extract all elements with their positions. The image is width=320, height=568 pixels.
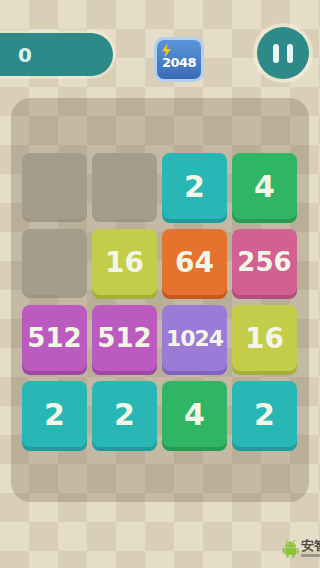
pause-icon bbox=[287, 44, 293, 63]
tile-2: 2 bbox=[162, 153, 227, 219]
score-value: 0 bbox=[18, 43, 32, 67]
board-grid[interactable]: 2416642565125121024162242 bbox=[22, 153, 297, 447]
tile-16: 16 bbox=[232, 305, 297, 371]
game-screen: 0 2048 2416642565125121024162242 安智 bbox=[0, 0, 320, 568]
tile-2: 2 bbox=[232, 381, 297, 447]
watermark-subtext bbox=[301, 554, 320, 557]
empty-cell bbox=[22, 229, 87, 295]
empty-cell bbox=[92, 153, 157, 219]
watermark: 安智 bbox=[282, 539, 320, 558]
tile-2: 2 bbox=[92, 381, 157, 447]
tile-1024: 1024 bbox=[162, 305, 227, 371]
watermark-text: 安智 bbox=[301, 539, 320, 553]
tile-512: 512 bbox=[22, 305, 87, 371]
app-badge-label: 2048 bbox=[162, 55, 196, 70]
android-robot-icon bbox=[282, 539, 299, 558]
tile-256: 256 bbox=[232, 229, 297, 295]
empty-cell bbox=[22, 153, 87, 219]
tile-64: 64 bbox=[162, 229, 227, 295]
pause-button[interactable] bbox=[257, 27, 309, 79]
tile-4: 4 bbox=[232, 153, 297, 219]
score-display: 0 bbox=[0, 33, 113, 76]
tile-2: 2 bbox=[22, 381, 87, 447]
pause-icon bbox=[273, 44, 279, 63]
tile-512: 512 bbox=[92, 305, 157, 371]
tile-4: 4 bbox=[162, 381, 227, 447]
tile-16: 16 bbox=[92, 229, 157, 295]
app-badge-2048: 2048 bbox=[154, 37, 204, 82]
